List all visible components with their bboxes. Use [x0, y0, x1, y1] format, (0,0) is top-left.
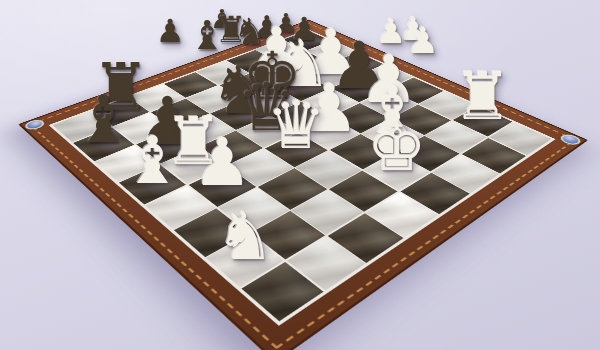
captured-black-bishop[interactable]: ♝	[189, 15, 225, 55]
piece-white-rook-g1[interactable]: ♜	[453, 65, 512, 131]
piece-white-king-g4[interactable]: ♚	[367, 115, 426, 181]
piece-white-queen-e5[interactable]: ♛	[267, 93, 326, 159]
captured-black-pawn[interactable]: ♟	[156, 15, 185, 47]
piece-white-knight-g8[interactable]: ♞	[215, 204, 274, 270]
table-surface: ♜♟♟♟♟♞♝♚♟♚♞♛♛♜♟♜♟♝♝♞♟♝♟♜♞♟♟♟♟♟♟	[0, 0, 600, 350]
piece-white-pawn-e7[interactable]: ♟	[193, 130, 252, 196]
pieces-layer: ♜♟♟♟♟♞♝♚♟♚♞♛♛♜♟♜♟♝♝♞♟♝♟♜♞♟♟♟♟♟♟	[0, 0, 600, 350]
piece-white-bishop-d8[interactable]: ♝	[123, 128, 182, 194]
